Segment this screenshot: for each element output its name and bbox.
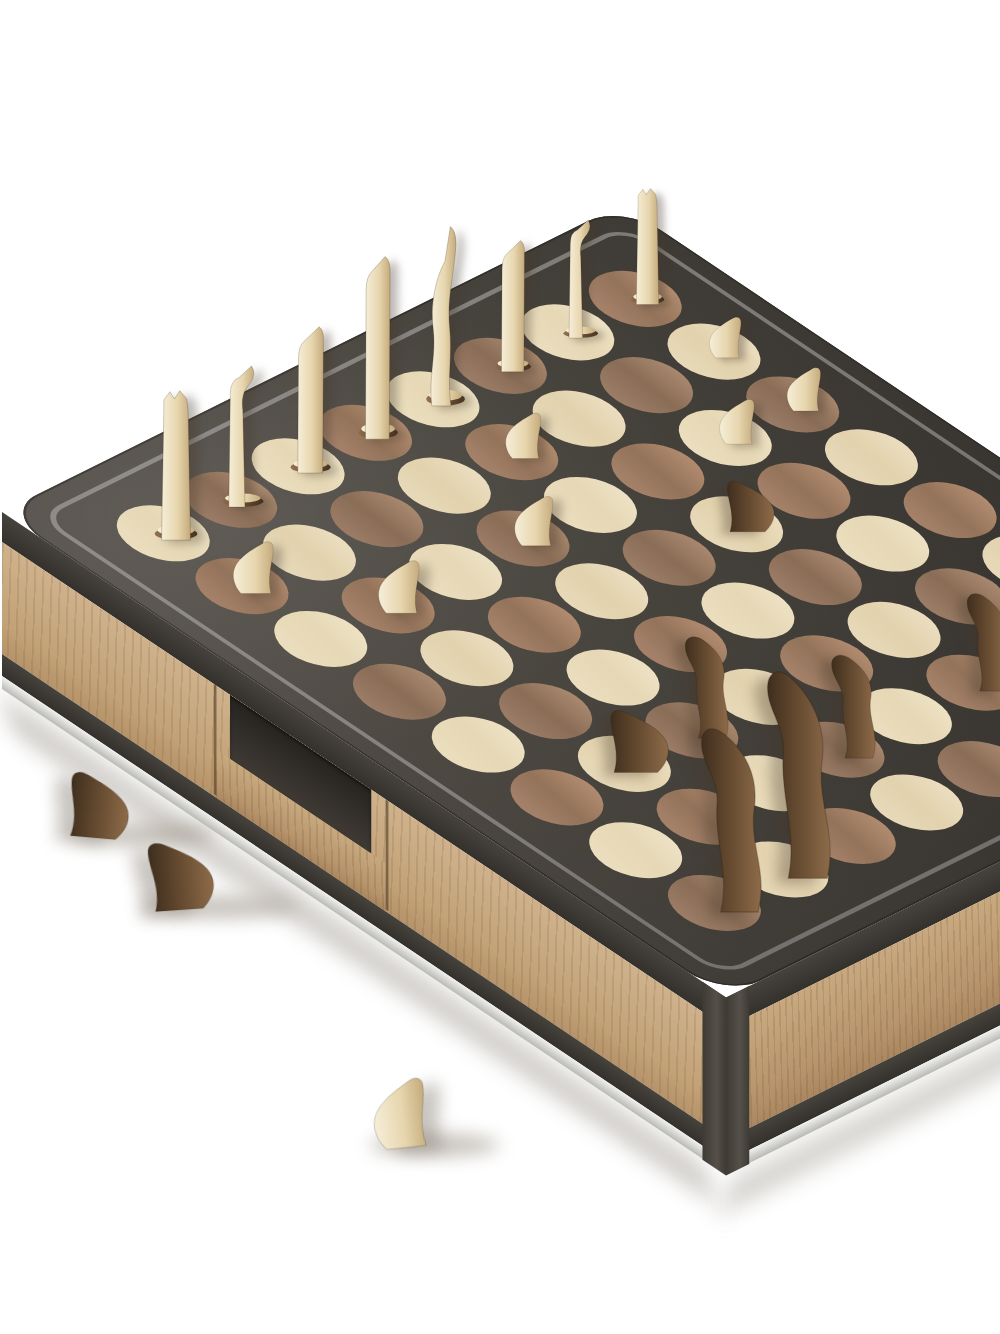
piece-black-pawn-f4[interactable]: [708, 428, 790, 532]
piece-white-bishop-f1[interactable]: [481, 220, 545, 372]
captured-piece-black-pawn-2[interactable]: [116, 766, 236, 913]
piece-white-king-e1[interactable]: [411, 211, 480, 406]
box-corner-post-right: [726, 986, 749, 1176]
piece-black-queen-a8[interactable]: [663, 639, 791, 912]
piece-white-pawn-h2[interactable]: [699, 274, 754, 358]
piece-black-bishop-f7[interactable]: [940, 512, 1000, 691]
piece-white-bishop-c1[interactable]: [275, 304, 346, 473]
piece-white-pawn-d3[interactable]: [502, 444, 569, 546]
piece-white-pawn-b3[interactable]: [365, 505, 436, 613]
piece-white-rook-a1[interactable]: [138, 358, 214, 540]
product-photo-stage: Overhead-angle product photo of a sculpt…: [0, 0, 1000, 1334]
piece-white-knight-g1[interactable]: [550, 201, 612, 338]
piece-white-pawn-a2[interactable]: [220, 487, 290, 593]
piece-white-pawn-h3[interactable]: [776, 322, 834, 411]
piece-white-rook-h1[interactable]: [618, 163, 677, 305]
piece-white-knight-b1[interactable]: [206, 343, 280, 507]
drawer-seam-right: [386, 799, 389, 911]
captured-piece-white-pawn-3[interactable]: [345, 1004, 451, 1153]
piece-white-queen-d1[interactable]: [343, 250, 413, 439]
box-corner-post: [702, 982, 726, 1176]
